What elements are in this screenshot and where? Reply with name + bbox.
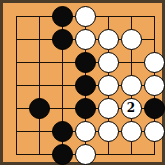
white-stone-move-2: 2 — [121, 98, 142, 119]
intersection-c4-r4 — [74, 74, 97, 97]
intersection-c2-r1 — [28, 5, 51, 28]
black-stone — [75, 98, 96, 119]
intersection-c2-r2 — [28, 28, 51, 51]
intersection-c5-r7 — [97, 143, 120, 166]
white-stone — [75, 6, 96, 27]
intersection-c5-r6 — [97, 120, 120, 143]
white-stone — [121, 121, 142, 142]
go-diagram: 2 — [0, 0, 165, 165]
intersection-c4-r3 — [74, 51, 97, 74]
intersection-c7-r4 — [143, 74, 166, 97]
intersection-c6-r3 — [120, 51, 143, 74]
intersection-c7-r6 — [143, 120, 166, 143]
intersection-c3-r2 — [51, 28, 74, 51]
white-stone — [75, 144, 96, 165]
intersection-c5-r2 — [97, 28, 120, 51]
intersection-c6-r7 — [120, 143, 143, 166]
intersection-c3-r3 — [51, 51, 74, 74]
intersection-c2-r7 — [28, 143, 51, 166]
black-stone — [52, 121, 73, 142]
black-stone — [144, 98, 165, 119]
intersection-c6-r1 — [120, 5, 143, 28]
white-stone — [98, 29, 119, 50]
intersection-c2-r3 — [28, 51, 51, 74]
intersection-c6-r5: 2 — [120, 97, 143, 120]
white-stone — [98, 52, 119, 73]
intersection-c4-r6 — [74, 120, 97, 143]
intersection-c3-r5 — [51, 97, 74, 120]
intersection-c1-r5 — [5, 97, 28, 120]
board-intersections: 2 — [5, 5, 166, 166]
black-stone — [29, 98, 50, 119]
intersection-c3-r7 — [51, 143, 74, 166]
intersection-c4-r7 — [74, 143, 97, 166]
intersection-c1-r6 — [5, 120, 28, 143]
white-stone — [98, 98, 119, 119]
intersection-c7-r3 — [143, 51, 166, 74]
white-stone — [98, 121, 119, 142]
intersection-c7-r2 — [143, 28, 166, 51]
intersection-c3-r1 — [51, 5, 74, 28]
white-stone — [144, 121, 165, 142]
intersection-c2-r5 — [28, 97, 51, 120]
intersection-c4-r2 — [74, 28, 97, 51]
intersection-c6-r4 — [120, 74, 143, 97]
white-stone — [121, 75, 142, 96]
intersection-c6-r2 — [120, 28, 143, 51]
white-stone — [121, 29, 142, 50]
intersection-c6-r6 — [120, 120, 143, 143]
intersection-c5-r5 — [97, 97, 120, 120]
intersection-c1-r1 — [5, 5, 28, 28]
intersection-c7-r5 — [143, 97, 166, 120]
intersection-c5-r1 — [97, 5, 120, 28]
intersection-c1-r4 — [5, 74, 28, 97]
white-stone — [75, 121, 96, 142]
white-stone — [98, 75, 119, 96]
intersection-c7-r7 — [143, 143, 166, 166]
black-stone — [52, 6, 73, 27]
intersection-c1-r2 — [5, 28, 28, 51]
intersection-c2-r6 — [28, 120, 51, 143]
intersection-c1-r7 — [5, 143, 28, 166]
black-stone — [52, 29, 73, 50]
intersection-c5-r4 — [97, 74, 120, 97]
black-stone — [75, 52, 96, 73]
intersection-c1-r3 — [5, 51, 28, 74]
intersection-c5-r3 — [97, 51, 120, 74]
intersection-c4-r5 — [74, 97, 97, 120]
black-stone — [52, 144, 73, 165]
go-board: 2 — [0, 0, 165, 165]
intersection-c3-r4 — [51, 74, 74, 97]
black-stone — [75, 75, 96, 96]
intersection-c3-r6 — [51, 120, 74, 143]
intersection-c4-r1 — [74, 5, 97, 28]
white-stone — [144, 75, 165, 96]
move-number-label: 2 — [127, 102, 135, 114]
intersection-c2-r4 — [28, 74, 51, 97]
intersection-c7-r1 — [143, 5, 166, 28]
white-stone — [144, 52, 165, 73]
white-stone — [75, 29, 96, 50]
